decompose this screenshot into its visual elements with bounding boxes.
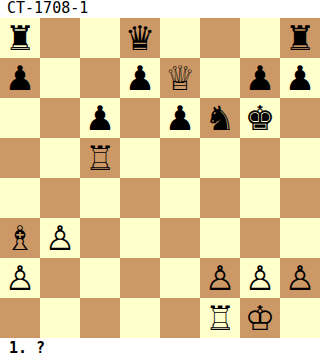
square-d4[interactable] xyxy=(120,178,160,218)
piece-black-queen: ♛ xyxy=(125,18,155,58)
square-c4[interactable] xyxy=(80,178,120,218)
square-h2[interactable]: ♙ xyxy=(280,258,320,298)
square-a4[interactable] xyxy=(0,178,40,218)
piece-white-pawn: ♙ xyxy=(285,258,315,298)
square-e8[interactable] xyxy=(160,18,200,58)
square-c2[interactable] xyxy=(80,258,120,298)
square-f2[interactable]: ♙ xyxy=(200,258,240,298)
square-a8[interactable]: ♜ xyxy=(0,18,40,58)
square-g1[interactable]: ♔ xyxy=(240,298,280,338)
square-h5[interactable] xyxy=(280,138,320,178)
square-g2[interactable]: ♙ xyxy=(240,258,280,298)
square-c1[interactable] xyxy=(80,298,120,338)
piece-white-pawn: ♙ xyxy=(45,218,75,258)
piece-black-pawn: ♟ xyxy=(5,58,35,98)
square-f4[interactable] xyxy=(200,178,240,218)
square-d2[interactable] xyxy=(120,258,160,298)
piece-white-king: ♔ xyxy=(245,298,275,338)
square-f6[interactable]: ♞ xyxy=(200,98,240,138)
square-f5[interactable] xyxy=(200,138,240,178)
square-e4[interactable] xyxy=(160,178,200,218)
piece-black-pawn: ♟ xyxy=(165,98,195,138)
puzzle-title: CT-1708-1 xyxy=(0,0,320,18)
square-g3[interactable] xyxy=(240,218,280,258)
piece-black-pawn: ♟ xyxy=(245,58,275,98)
square-b8[interactable] xyxy=(40,18,80,58)
piece-black-rook: ♜ xyxy=(285,18,315,58)
piece-black-pawn: ♟ xyxy=(125,58,155,98)
square-b3[interactable]: ♙ xyxy=(40,218,80,258)
square-e5[interactable] xyxy=(160,138,200,178)
square-e1[interactable] xyxy=(160,298,200,338)
square-d7[interactable]: ♟ xyxy=(120,58,160,98)
square-c7[interactable] xyxy=(80,58,120,98)
piece-black-pawn: ♟ xyxy=(285,58,315,98)
square-c6[interactable]: ♟ xyxy=(80,98,120,138)
square-a6[interactable] xyxy=(0,98,40,138)
square-d3[interactable] xyxy=(120,218,160,258)
piece-white-bishop: ♗ xyxy=(5,218,35,258)
square-c3[interactable] xyxy=(80,218,120,258)
square-d5[interactable] xyxy=(120,138,160,178)
square-a3[interactable]: ♗ xyxy=(0,218,40,258)
chess-board: ♜♛♜♟♟♕♟♟♟♟♞♚♖♗♙♙♙♙♙♖♔ xyxy=(0,18,320,338)
square-c5[interactable]: ♖ xyxy=(80,138,120,178)
square-b1[interactable] xyxy=(40,298,80,338)
square-g5[interactable] xyxy=(240,138,280,178)
square-f8[interactable] xyxy=(200,18,240,58)
square-d1[interactable] xyxy=(120,298,160,338)
square-g8[interactable] xyxy=(240,18,280,58)
move-prompt: 1. ? xyxy=(0,338,320,360)
square-h6[interactable] xyxy=(280,98,320,138)
square-e2[interactable] xyxy=(160,258,200,298)
square-e7[interactable]: ♕ xyxy=(160,58,200,98)
piece-black-rook: ♜ xyxy=(5,18,35,58)
piece-white-pawn: ♙ xyxy=(5,258,35,298)
piece-black-pawn: ♟ xyxy=(85,98,115,138)
square-h4[interactable] xyxy=(280,178,320,218)
square-b7[interactable] xyxy=(40,58,80,98)
square-h7[interactable]: ♟ xyxy=(280,58,320,98)
square-e3[interactable] xyxy=(160,218,200,258)
piece-black-knight: ♞ xyxy=(205,98,235,138)
square-h8[interactable]: ♜ xyxy=(280,18,320,58)
square-b6[interactable] xyxy=(40,98,80,138)
piece-white-pawn: ♙ xyxy=(205,258,235,298)
piece-white-pawn: ♙ xyxy=(245,258,275,298)
square-f7[interactable] xyxy=(200,58,240,98)
square-a1[interactable] xyxy=(0,298,40,338)
piece-white-queen: ♕ xyxy=(165,58,195,98)
piece-white-rook: ♖ xyxy=(85,138,115,178)
square-a2[interactable]: ♙ xyxy=(0,258,40,298)
square-h1[interactable] xyxy=(280,298,320,338)
square-b2[interactable] xyxy=(40,258,80,298)
square-d6[interactable] xyxy=(120,98,160,138)
square-h3[interactable] xyxy=(280,218,320,258)
square-f1[interactable]: ♖ xyxy=(200,298,240,338)
square-f3[interactable] xyxy=(200,218,240,258)
square-a7[interactable]: ♟ xyxy=(0,58,40,98)
square-b4[interactable] xyxy=(40,178,80,218)
piece-white-rook: ♖ xyxy=(205,298,235,338)
square-g4[interactable] xyxy=(240,178,280,218)
piece-black-king: ♚ xyxy=(245,98,275,138)
square-a5[interactable] xyxy=(0,138,40,178)
square-b5[interactable] xyxy=(40,138,80,178)
square-g6[interactable]: ♚ xyxy=(240,98,280,138)
square-c8[interactable] xyxy=(80,18,120,58)
square-g7[interactable]: ♟ xyxy=(240,58,280,98)
square-d8[interactable]: ♛ xyxy=(120,18,160,58)
square-e6[interactable]: ♟ xyxy=(160,98,200,138)
